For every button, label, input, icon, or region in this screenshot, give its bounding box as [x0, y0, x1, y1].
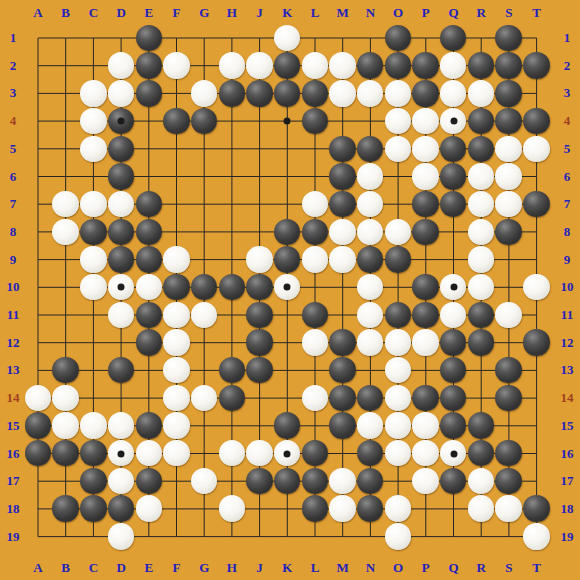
row-label-left: 16 — [7, 446, 20, 462]
col-label-bottom: M — [337, 560, 349, 576]
stone-black[interactable] — [219, 357, 245, 383]
stone-white[interactable] — [468, 495, 494, 521]
stone-white[interactable] — [523, 274, 549, 300]
stone-white[interactable] — [163, 357, 189, 383]
stone-white[interactable] — [302, 52, 328, 78]
stone-white[interactable] — [412, 412, 438, 438]
row-label-left: 15 — [7, 418, 20, 434]
stone-black[interactable] — [523, 52, 549, 78]
stone-black[interactable] — [329, 191, 355, 217]
stone-black[interactable] — [329, 163, 355, 189]
col-label-top: T — [532, 5, 541, 21]
stone-black[interactable] — [523, 108, 549, 134]
hoshi-dot — [118, 450, 125, 457]
stone-white[interactable] — [163, 246, 189, 272]
row-label-left: 10 — [7, 279, 20, 295]
hoshi-dot — [284, 450, 291, 457]
stone-white[interactable] — [25, 385, 51, 411]
col-label-bottom: R — [476, 560, 485, 576]
stone-white[interactable] — [329, 246, 355, 272]
stone-black[interactable] — [495, 108, 521, 134]
stone-white[interactable] — [385, 108, 411, 134]
stone-black[interactable] — [385, 302, 411, 328]
stone-black[interactable] — [136, 412, 162, 438]
stone-black[interactable] — [136, 191, 162, 217]
col-label-bottom: K — [282, 560, 292, 576]
stone-white[interactable] — [52, 385, 78, 411]
col-label-bottom: S — [505, 560, 512, 576]
stone-black[interactable] — [108, 136, 134, 162]
stone-white[interactable] — [440, 80, 466, 106]
stone-white[interactable] — [412, 108, 438, 134]
stone-black[interactable] — [412, 302, 438, 328]
col-label-bottom: D — [116, 560, 125, 576]
stone-white[interactable] — [246, 52, 272, 78]
col-label-bottom: F — [173, 560, 181, 576]
stone-white[interactable] — [440, 52, 466, 78]
row-label-right: 3 — [564, 85, 571, 101]
stone-white[interactable] — [191, 80, 217, 106]
stone-black[interactable] — [302, 80, 328, 106]
row-label-right: 18 — [561, 501, 574, 517]
stone-black[interactable] — [246, 357, 272, 383]
stone-black[interactable] — [329, 329, 355, 355]
row-label-right: 19 — [561, 529, 574, 545]
row-label-left: 6 — [10, 169, 17, 185]
stone-black[interactable] — [357, 136, 383, 162]
stone-white[interactable] — [357, 219, 383, 245]
stone-white[interactable] — [80, 108, 106, 134]
hoshi-dot — [118, 118, 125, 125]
stone-black[interactable] — [385, 25, 411, 51]
stone-white[interactable] — [302, 191, 328, 217]
stone-black[interactable] — [136, 80, 162, 106]
stone-white[interactable] — [385, 136, 411, 162]
col-label-bottom: N — [366, 560, 375, 576]
stone-white[interactable] — [80, 274, 106, 300]
stone-white[interactable] — [246, 246, 272, 272]
stone-white[interactable] — [468, 191, 494, 217]
stone-black[interactable] — [495, 25, 521, 51]
stone-black[interactable] — [302, 440, 328, 466]
stone-white[interactable] — [385, 523, 411, 549]
row-label-left: 14 — [7, 390, 20, 406]
hoshi-dot — [284, 118, 291, 125]
row-label-left: 4 — [10, 113, 17, 129]
stone-white[interactable] — [191, 302, 217, 328]
stone-black[interactable] — [440, 468, 466, 494]
stone-black[interactable] — [385, 52, 411, 78]
row-label-left: 8 — [10, 224, 17, 240]
stone-white[interactable] — [219, 495, 245, 521]
col-label-bottom: O — [393, 560, 403, 576]
row-label-right: 5 — [564, 141, 571, 157]
stone-black[interactable] — [440, 357, 466, 383]
stone-black[interactable] — [136, 246, 162, 272]
stone-black[interactable] — [302, 302, 328, 328]
stone-black[interactable] — [412, 191, 438, 217]
hoshi-dot — [284, 284, 291, 291]
stone-white[interactable] — [329, 219, 355, 245]
col-label-bottom: Q — [448, 560, 458, 576]
col-label-top: S — [505, 5, 512, 21]
stone-black[interactable] — [468, 136, 494, 162]
col-label-bottom: L — [311, 560, 320, 576]
stone-black[interactable] — [246, 329, 272, 355]
stone-black[interactable] — [191, 108, 217, 134]
stone-white[interactable] — [329, 80, 355, 106]
stone-black[interactable] — [495, 52, 521, 78]
stone-black[interactable] — [274, 468, 300, 494]
stone-white[interactable] — [357, 80, 383, 106]
stone-black[interactable] — [136, 52, 162, 78]
stone-white[interactable] — [412, 163, 438, 189]
stone-white[interactable] — [52, 412, 78, 438]
col-label-top: K — [282, 5, 292, 21]
stone-black[interactable] — [495, 468, 521, 494]
row-label-left: 12 — [7, 335, 20, 351]
stone-white[interactable] — [302, 246, 328, 272]
stone-black[interactable] — [329, 385, 355, 411]
stone-black[interactable] — [412, 219, 438, 245]
col-label-top: P — [422, 5, 430, 21]
row-label-left: 3 — [10, 85, 17, 101]
stone-white[interactable] — [495, 163, 521, 189]
hoshi-dot — [450, 118, 457, 125]
stone-black[interactable] — [52, 357, 78, 383]
stone-white[interactable] — [80, 80, 106, 106]
stone-black[interactable] — [302, 108, 328, 134]
stone-black[interactable] — [302, 219, 328, 245]
stone-black[interactable] — [523, 495, 549, 521]
stone-white[interactable] — [412, 136, 438, 162]
stone-white[interactable] — [357, 274, 383, 300]
col-label-top: N — [366, 5, 375, 21]
stone-black[interactable] — [385, 246, 411, 272]
stone-black[interactable] — [468, 302, 494, 328]
col-label-top: B — [61, 5, 70, 21]
stone-white[interactable] — [274, 25, 300, 51]
row-label-right: 7 — [564, 196, 571, 212]
stone-black[interactable] — [108, 357, 134, 383]
stone-white[interactable] — [495, 191, 521, 217]
stone-white[interactable] — [108, 191, 134, 217]
col-label-bottom: E — [144, 560, 153, 576]
row-label-right: 10 — [561, 279, 574, 295]
stone-black[interactable] — [523, 329, 549, 355]
stone-white[interactable] — [357, 302, 383, 328]
col-label-top: G — [199, 5, 209, 21]
col-label-top: R — [476, 5, 485, 21]
col-label-top: L — [311, 5, 320, 21]
goban[interactable]: AABBCCDDEEFFGGHHJJKKLLMMNNOOPPQQRRSSTT11… — [0, 0, 580, 580]
row-label-right: 13 — [561, 362, 574, 378]
row-label-left: 7 — [10, 196, 17, 212]
stone-black[interactable] — [219, 80, 245, 106]
stone-black[interactable] — [412, 80, 438, 106]
stone-white[interactable] — [468, 468, 494, 494]
stone-black[interactable] — [329, 357, 355, 383]
row-label-right: 6 — [564, 169, 571, 185]
stone-black[interactable] — [412, 385, 438, 411]
stone-white[interactable] — [412, 468, 438, 494]
stone-white[interactable] — [80, 191, 106, 217]
stone-black[interactable] — [440, 136, 466, 162]
row-label-left: 1 — [10, 30, 17, 46]
col-label-top: M — [337, 5, 349, 21]
stone-white[interactable] — [495, 136, 521, 162]
col-label-bottom: G — [199, 560, 209, 576]
stone-white[interactable] — [163, 412, 189, 438]
stone-black[interactable] — [495, 385, 521, 411]
stone-white[interactable] — [468, 219, 494, 245]
row-label-left: 18 — [7, 501, 20, 517]
stone-black[interactable] — [25, 412, 51, 438]
row-label-right: 9 — [564, 252, 571, 268]
stone-white[interactable] — [108, 468, 134, 494]
stone-white[interactable] — [385, 385, 411, 411]
stone-white[interactable] — [523, 136, 549, 162]
col-label-top: C — [89, 5, 98, 21]
col-label-top: A — [33, 5, 42, 21]
stone-black[interactable] — [25, 440, 51, 466]
stone-white[interactable] — [108, 80, 134, 106]
stone-black[interactable] — [80, 440, 106, 466]
stone-white[interactable] — [329, 52, 355, 78]
stone-black[interactable] — [495, 357, 521, 383]
stone-black[interactable] — [468, 329, 494, 355]
stone-white[interactable] — [80, 136, 106, 162]
stone-white[interactable] — [385, 412, 411, 438]
stone-white[interactable] — [385, 329, 411, 355]
row-label-right: 8 — [564, 224, 571, 240]
stone-white[interactable] — [468, 246, 494, 272]
row-label-left: 19 — [7, 529, 20, 545]
col-label-bottom: T — [532, 560, 541, 576]
stone-white[interactable] — [163, 302, 189, 328]
stone-white[interactable] — [108, 52, 134, 78]
stone-white[interactable] — [108, 412, 134, 438]
stone-black[interactable] — [246, 468, 272, 494]
stone-black[interactable] — [274, 80, 300, 106]
col-label-bottom: C — [89, 560, 98, 576]
stone-black[interactable] — [136, 302, 162, 328]
stone-black[interactable] — [219, 274, 245, 300]
stone-black[interactable] — [136, 468, 162, 494]
stone-black[interactable] — [246, 80, 272, 106]
col-label-top: O — [393, 5, 403, 21]
stone-black[interactable] — [191, 274, 217, 300]
row-label-left: 5 — [10, 141, 17, 157]
stone-black[interactable] — [246, 302, 272, 328]
stone-white[interactable] — [302, 329, 328, 355]
stone-white[interactable] — [412, 440, 438, 466]
stone-black[interactable] — [302, 468, 328, 494]
stone-white[interactable] — [329, 495, 355, 521]
row-label-right: 11 — [561, 307, 573, 323]
stone-white[interactable] — [385, 357, 411, 383]
stone-white[interactable] — [246, 440, 272, 466]
hoshi-dot — [118, 284, 125, 291]
stone-white[interactable] — [329, 468, 355, 494]
stone-white[interactable] — [495, 495, 521, 521]
stone-black[interactable] — [495, 440, 521, 466]
stone-white[interactable] — [495, 302, 521, 328]
stone-black[interactable] — [219, 385, 245, 411]
stone-white[interactable] — [136, 495, 162, 521]
stone-black[interactable] — [274, 52, 300, 78]
col-label-top: Q — [448, 5, 458, 21]
stone-white[interactable] — [52, 191, 78, 217]
stone-black[interactable] — [440, 25, 466, 51]
stone-black[interactable] — [136, 219, 162, 245]
col-label-bottom: B — [61, 560, 70, 576]
stone-black[interactable] — [357, 468, 383, 494]
stone-white[interactable] — [385, 80, 411, 106]
stone-black[interactable] — [163, 274, 189, 300]
col-label-bottom: A — [33, 560, 42, 576]
stone-black[interactable] — [80, 495, 106, 521]
stone-black[interactable] — [274, 219, 300, 245]
hoshi-dot — [450, 450, 457, 457]
stone-white[interactable] — [108, 523, 134, 549]
stone-black[interactable] — [136, 329, 162, 355]
row-label-left: 9 — [10, 252, 17, 268]
stone-black[interactable] — [302, 495, 328, 521]
stone-black[interactable] — [468, 440, 494, 466]
stone-black[interactable] — [80, 219, 106, 245]
stone-white[interactable] — [440, 302, 466, 328]
stone-white[interactable] — [468, 274, 494, 300]
col-label-top: D — [116, 5, 125, 21]
stone-black[interactable] — [468, 108, 494, 134]
stone-black[interactable] — [52, 440, 78, 466]
stone-white[interactable] — [468, 80, 494, 106]
stone-black[interactable] — [108, 246, 134, 272]
stone-black[interactable] — [357, 52, 383, 78]
stone-black[interactable] — [357, 495, 383, 521]
stone-white[interactable] — [219, 52, 245, 78]
stone-white[interactable] — [136, 440, 162, 466]
row-label-right: 12 — [561, 335, 574, 351]
stone-white[interactable] — [357, 191, 383, 217]
stone-black[interactable] — [468, 52, 494, 78]
stone-black[interactable] — [468, 412, 494, 438]
stone-white[interactable] — [523, 523, 549, 549]
stone-black[interactable] — [52, 495, 78, 521]
stone-black[interactable] — [440, 329, 466, 355]
col-label-top: H — [227, 5, 237, 21]
col-label-top: E — [144, 5, 153, 21]
stone-black[interactable] — [163, 108, 189, 134]
stone-black[interactable] — [412, 52, 438, 78]
stone-white[interactable] — [385, 440, 411, 466]
stone-black[interactable] — [440, 412, 466, 438]
stone-black[interactable] — [274, 246, 300, 272]
row-label-right: 2 — [564, 58, 571, 74]
stone-white[interactable] — [163, 440, 189, 466]
stone-white[interactable] — [191, 385, 217, 411]
stone-black[interactable] — [108, 495, 134, 521]
row-label-left: 2 — [10, 58, 17, 74]
row-label-left: 11 — [7, 307, 19, 323]
row-label-right: 4 — [564, 113, 571, 129]
stone-white[interactable] — [108, 302, 134, 328]
row-label-right: 17 — [561, 473, 574, 489]
stone-black[interactable] — [440, 191, 466, 217]
stone-black[interactable] — [357, 385, 383, 411]
row-label-right: 1 — [564, 30, 571, 46]
col-label-bottom: H — [227, 560, 237, 576]
stone-white[interactable] — [80, 412, 106, 438]
stone-white[interactable] — [163, 52, 189, 78]
stone-black[interactable] — [357, 246, 383, 272]
stone-white[interactable] — [385, 495, 411, 521]
stone-black[interactable] — [523, 191, 549, 217]
stone-white[interactable] — [357, 412, 383, 438]
stone-white[interactable] — [80, 246, 106, 272]
stone-black[interactable] — [495, 80, 521, 106]
stone-white[interactable] — [163, 329, 189, 355]
col-label-bottom: J — [256, 560, 263, 576]
row-label-right: 16 — [561, 446, 574, 462]
stone-black[interactable] — [274, 412, 300, 438]
stone-white[interactable] — [357, 163, 383, 189]
stone-black[interactable] — [357, 440, 383, 466]
stone-white[interactable] — [357, 329, 383, 355]
col-label-top: J — [256, 5, 263, 21]
stone-black[interactable] — [108, 163, 134, 189]
stone-black[interactable] — [440, 385, 466, 411]
stone-white[interactable] — [385, 219, 411, 245]
row-label-left: 17 — [7, 473, 20, 489]
row-label-right: 14 — [561, 390, 574, 406]
stone-black[interactable] — [329, 412, 355, 438]
hoshi-dot — [450, 284, 457, 291]
stone-white[interactable] — [468, 163, 494, 189]
stone-black[interactable] — [80, 468, 106, 494]
stone-white[interactable] — [163, 385, 189, 411]
stone-black[interactable] — [136, 25, 162, 51]
col-label-top: F — [173, 5, 181, 21]
stone-black[interactable] — [108, 219, 134, 245]
stone-black[interactable] — [412, 274, 438, 300]
stone-black[interactable] — [440, 163, 466, 189]
stone-black[interactable] — [246, 274, 272, 300]
row-label-right: 15 — [561, 418, 574, 434]
stone-white[interactable] — [191, 468, 217, 494]
stone-black[interactable] — [329, 136, 355, 162]
row-label-left: 13 — [7, 362, 20, 378]
stone-white[interactable] — [52, 219, 78, 245]
stone-white[interactable] — [136, 274, 162, 300]
col-label-bottom: P — [422, 560, 430, 576]
stone-black[interactable] — [495, 219, 521, 245]
stone-white[interactable] — [412, 329, 438, 355]
stone-white[interactable] — [219, 440, 245, 466]
stone-white[interactable] — [302, 385, 328, 411]
